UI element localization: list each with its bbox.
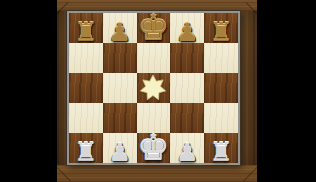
board-square[interactable] xyxy=(69,103,103,133)
board-square[interactable] xyxy=(170,73,204,103)
chess-app-window: ♜♟♚♟♜♜♟♚♟♜ xyxy=(57,0,257,182)
board-square[interactable] xyxy=(170,43,204,73)
chess-piece-light-rook[interactable]: ♜ xyxy=(209,139,232,165)
move-hint-star-icon[interactable] xyxy=(139,74,167,102)
board-square[interactable]: ♟ xyxy=(103,133,137,163)
board-square[interactable]: ♜ xyxy=(69,133,103,163)
chess-piece-dark-pawn[interactable]: ♟ xyxy=(176,20,198,45)
chess-piece-light-pawn[interactable]: ♟ xyxy=(108,140,130,165)
board-square[interactable] xyxy=(204,43,238,73)
board-square[interactable] xyxy=(103,103,137,133)
board-square[interactable]: ♜ xyxy=(204,13,238,43)
board-square[interactable] xyxy=(170,103,204,133)
chess-board[interactable]: ♜♟♚♟♜♜♟♚♟♜ xyxy=(69,13,238,163)
board-square[interactable]: ♜ xyxy=(69,13,103,43)
board-square[interactable] xyxy=(103,73,137,103)
chess-piece-dark-king[interactable]: ♚ xyxy=(137,10,169,46)
board-square[interactable] xyxy=(204,103,238,133)
board-square[interactable]: ♚ xyxy=(137,133,171,163)
board-square[interactable]: ♚ xyxy=(137,13,171,43)
board-square[interactable] xyxy=(103,43,137,73)
chess-piece-light-rook[interactable]: ♜ xyxy=(74,139,97,165)
chess-piece-dark-rook[interactable]: ♜ xyxy=(74,19,97,45)
board-square[interactable] xyxy=(69,73,103,103)
board-square[interactable]: ♟ xyxy=(170,13,204,43)
board-square[interactable]: ♟ xyxy=(170,133,204,163)
board-square[interactable] xyxy=(137,43,171,73)
chess-piece-dark-pawn[interactable]: ♟ xyxy=(108,20,130,45)
board-square[interactable] xyxy=(69,43,103,73)
board-square[interactable]: ♟ xyxy=(103,13,137,43)
board-square[interactable] xyxy=(204,73,238,103)
chess-piece-dark-rook[interactable]: ♜ xyxy=(209,19,232,45)
screenshot-canvas: ♜♟♚♟♜♜♟♚♟♜ xyxy=(0,0,316,182)
chess-piece-light-king[interactable]: ♚ xyxy=(137,130,169,166)
board-square[interactable] xyxy=(137,73,171,103)
board-square[interactable]: ♜ xyxy=(204,133,238,163)
chess-piece-light-pawn[interactable]: ♟ xyxy=(176,140,198,165)
board-border: ♜♟♚♟♜♜♟♚♟♜ xyxy=(67,11,240,165)
